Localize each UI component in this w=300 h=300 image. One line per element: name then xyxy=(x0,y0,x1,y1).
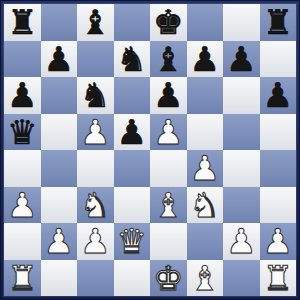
square-e5[interactable]: ♟ xyxy=(150,114,187,151)
piece-black-pawn: ♟ xyxy=(44,42,74,76)
square-b6[interactable] xyxy=(41,77,78,114)
square-d8[interactable] xyxy=(114,4,151,41)
square-g3[interactable] xyxy=(223,187,260,224)
square-b5[interactable] xyxy=(41,114,78,151)
piece-black-knight: ♞ xyxy=(117,42,147,76)
square-g5[interactable] xyxy=(223,114,260,151)
piece-black-bishop: ♝ xyxy=(153,42,183,76)
square-c2[interactable]: ♟ xyxy=(77,223,114,260)
piece-white-pawn: ♟ xyxy=(44,224,74,258)
piece-black-knight: ♞ xyxy=(80,78,110,112)
square-d7[interactable]: ♞ xyxy=(114,41,151,78)
square-d1[interactable] xyxy=(114,260,151,297)
square-a2[interactable] xyxy=(4,223,41,260)
square-a6[interactable]: ♟ xyxy=(4,77,41,114)
piece-white-pawn: ♟ xyxy=(7,188,37,222)
square-e7[interactable]: ♝ xyxy=(150,41,187,78)
square-a3[interactable]: ♟ xyxy=(4,187,41,224)
piece-white-knight: ♞ xyxy=(190,188,220,222)
square-d6[interactable] xyxy=(114,77,151,114)
piece-black-pawn: ♟ xyxy=(263,78,293,112)
square-e3[interactable]: ♝ xyxy=(150,187,187,224)
square-b3[interactable] xyxy=(41,187,78,224)
square-d5[interactable]: ♟ xyxy=(114,114,151,151)
square-c3[interactable]: ♞ xyxy=(77,187,114,224)
square-h2[interactable]: ♟ xyxy=(260,223,297,260)
square-d3[interactable] xyxy=(114,187,151,224)
piece-black-pawn: ♟ xyxy=(190,42,220,76)
square-f6[interactable] xyxy=(187,77,224,114)
piece-white-pawn: ♟ xyxy=(80,115,110,149)
piece-black-bishop: ♝ xyxy=(80,5,110,39)
square-g4[interactable] xyxy=(223,150,260,187)
square-a7[interactable] xyxy=(4,41,41,78)
piece-white-pawn: ♟ xyxy=(153,115,183,149)
square-h5[interactable] xyxy=(260,114,297,151)
square-e4[interactable] xyxy=(150,150,187,187)
piece-white-pawn: ♟ xyxy=(263,224,293,258)
square-c8[interactable]: ♝ xyxy=(77,4,114,41)
piece-white-rook: ♜ xyxy=(263,261,293,295)
square-b4[interactable] xyxy=(41,150,78,187)
square-b1[interactable] xyxy=(41,260,78,297)
square-a8[interactable]: ♜ xyxy=(4,4,41,41)
piece-white-knight: ♞ xyxy=(80,188,110,222)
piece-black-king: ♚ xyxy=(153,5,183,39)
piece-white-king: ♚ xyxy=(153,261,183,295)
square-f5[interactable] xyxy=(187,114,224,151)
square-h6[interactable]: ♟ xyxy=(260,77,297,114)
square-d4[interactable] xyxy=(114,150,151,187)
square-e6[interactable]: ♟ xyxy=(150,77,187,114)
piece-black-pawn: ♟ xyxy=(153,78,183,112)
square-c1[interactable] xyxy=(77,260,114,297)
piece-white-queen: ♛ xyxy=(117,224,147,258)
piece-white-bishop: ♝ xyxy=(153,188,183,222)
square-h8[interactable]: ♜ xyxy=(260,4,297,41)
square-g7[interactable]: ♟ xyxy=(223,41,260,78)
square-b8[interactable] xyxy=(41,4,78,41)
piece-black-queen: ♛ xyxy=(7,115,37,149)
square-f7[interactable]: ♟ xyxy=(187,41,224,78)
square-b2[interactable]: ♟ xyxy=(41,223,78,260)
piece-black-rook: ♜ xyxy=(263,5,293,39)
square-b7[interactable]: ♟ xyxy=(41,41,78,78)
square-g8[interactable] xyxy=(223,4,260,41)
piece-black-rook: ♜ xyxy=(7,5,37,39)
square-e1[interactable]: ♚ xyxy=(150,260,187,297)
chess-board-frame: ♜♝♚♜♟♞♝♟♟♟♞♟♟♛♟♟♟♟♟♞♝♞♟♟♛♟♟♜♚♝♜ xyxy=(0,0,300,300)
square-g1[interactable] xyxy=(223,260,260,297)
piece-white-bishop: ♝ xyxy=(190,261,220,295)
square-c6[interactable]: ♞ xyxy=(77,77,114,114)
chess-board: ♜♝♚♜♟♞♝♟♟♟♞♟♟♛♟♟♟♟♟♞♝♞♟♟♛♟♟♜♚♝♜ xyxy=(4,4,296,296)
square-e8[interactable]: ♚ xyxy=(150,4,187,41)
square-e2[interactable] xyxy=(150,223,187,260)
piece-white-pawn: ♟ xyxy=(80,224,110,258)
square-f1[interactable]: ♝ xyxy=(187,260,224,297)
square-c5[interactable]: ♟ xyxy=(77,114,114,151)
square-f2[interactable] xyxy=(187,223,224,260)
piece-black-pawn: ♟ xyxy=(7,78,37,112)
square-f4[interactable]: ♟ xyxy=(187,150,224,187)
square-f8[interactable] xyxy=(187,4,224,41)
piece-white-pawn: ♟ xyxy=(190,151,220,185)
square-c7[interactable] xyxy=(77,41,114,78)
square-c4[interactable] xyxy=(77,150,114,187)
square-a1[interactable]: ♜ xyxy=(4,260,41,297)
square-h3[interactable] xyxy=(260,187,297,224)
piece-white-rook: ♜ xyxy=(7,261,37,295)
square-h1[interactable]: ♜ xyxy=(260,260,297,297)
square-d2[interactable]: ♛ xyxy=(114,223,151,260)
piece-white-pawn: ♟ xyxy=(226,224,256,258)
square-g2[interactable]: ♟ xyxy=(223,223,260,260)
square-a4[interactable] xyxy=(4,150,41,187)
square-a5[interactable]: ♛ xyxy=(4,114,41,151)
square-h4[interactable] xyxy=(260,150,297,187)
square-f3[interactable]: ♞ xyxy=(187,187,224,224)
piece-black-pawn: ♟ xyxy=(117,115,147,149)
square-h7[interactable] xyxy=(260,41,297,78)
square-g6[interactable] xyxy=(223,77,260,114)
piece-black-pawn: ♟ xyxy=(226,42,256,76)
